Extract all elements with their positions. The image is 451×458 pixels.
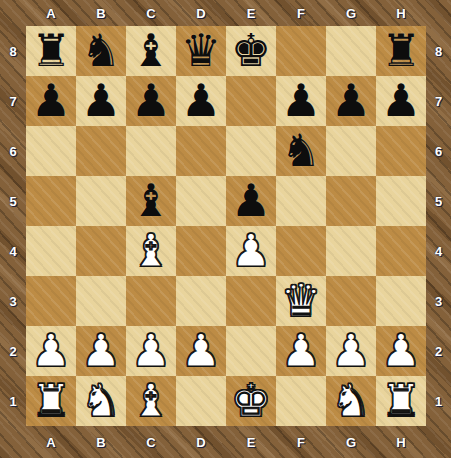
square-a6[interactable] bbox=[26, 126, 76, 176]
square-a7[interactable]: ♟ bbox=[26, 76, 76, 126]
piece-white-pawn[interactable]: ♟ bbox=[381, 328, 421, 373]
rank-labels-left: 87654321 bbox=[0, 26, 26, 426]
piece-black-bishop[interactable]: ♝ bbox=[131, 178, 171, 223]
piece-black-queen[interactable]: ♛ bbox=[181, 28, 221, 73]
square-b4[interactable] bbox=[76, 226, 126, 276]
square-e6[interactable] bbox=[226, 126, 276, 176]
square-f6[interactable]: ♞ bbox=[276, 126, 326, 176]
piece-white-pawn[interactable]: ♟ bbox=[81, 328, 121, 373]
square-d7[interactable]: ♟ bbox=[176, 76, 226, 126]
piece-white-pawn[interactable]: ♟ bbox=[331, 328, 371, 373]
square-f5[interactable] bbox=[276, 176, 326, 226]
file-label-g: G bbox=[326, 0, 376, 26]
piece-white-pawn[interactable]: ♟ bbox=[131, 328, 171, 373]
piece-black-pawn[interactable]: ♟ bbox=[331, 78, 371, 123]
file-label-a: A bbox=[26, 0, 76, 26]
square-h8[interactable]: ♜ bbox=[376, 26, 426, 76]
square-b3[interactable] bbox=[76, 276, 126, 326]
square-h3[interactable] bbox=[376, 276, 426, 326]
piece-white-bishop[interactable]: ♝ bbox=[131, 378, 171, 423]
piece-black-pawn[interactable]: ♟ bbox=[231, 178, 271, 223]
rank-label-7: 7 bbox=[426, 76, 451, 126]
rank-label-6: 6 bbox=[426, 126, 451, 176]
rank-label-6: 6 bbox=[0, 126, 26, 176]
piece-black-rook[interactable]: ♜ bbox=[31, 28, 71, 73]
square-g5[interactable] bbox=[326, 176, 376, 226]
file-label-e: E bbox=[226, 0, 276, 26]
file-label-b: B bbox=[76, 0, 126, 26]
piece-black-pawn[interactable]: ♟ bbox=[131, 78, 171, 123]
rank-label-2: 2 bbox=[0, 326, 26, 376]
piece-black-pawn[interactable]: ♟ bbox=[381, 78, 421, 123]
square-d8[interactable]: ♛ bbox=[176, 26, 226, 76]
square-c7[interactable]: ♟ bbox=[126, 76, 176, 126]
square-h1[interactable]: ♜ bbox=[376, 376, 426, 426]
square-a8[interactable]: ♜ bbox=[26, 26, 76, 76]
square-a5[interactable] bbox=[26, 176, 76, 226]
square-h7[interactable]: ♟ bbox=[376, 76, 426, 126]
file-label-c: C bbox=[126, 0, 176, 26]
square-g1[interactable]: ♞ bbox=[326, 376, 376, 426]
piece-white-rook[interactable]: ♜ bbox=[31, 378, 71, 423]
square-g3[interactable] bbox=[326, 276, 376, 326]
rank-label-4: 4 bbox=[426, 226, 451, 276]
piece-white-rook[interactable]: ♜ bbox=[381, 378, 421, 423]
square-e3[interactable] bbox=[226, 276, 276, 326]
square-b1[interactable]: ♞ bbox=[76, 376, 126, 426]
piece-black-knight[interactable]: ♞ bbox=[281, 128, 321, 173]
rank-label-5: 5 bbox=[0, 176, 26, 226]
chess-app-window: ABCDEFGH ABCDEFGH 87654321 87654321 ♜♞♝♛… bbox=[0, 0, 451, 458]
piece-black-pawn[interactable]: ♟ bbox=[181, 78, 221, 123]
piece-white-pawn[interactable]: ♟ bbox=[31, 328, 71, 373]
file-label-h: H bbox=[376, 0, 426, 26]
square-a3[interactable] bbox=[26, 276, 76, 326]
file-label-c: C bbox=[126, 426, 176, 458]
file-label-h: H bbox=[376, 426, 426, 458]
square-b7[interactable]: ♟ bbox=[76, 76, 126, 126]
file-label-f: F bbox=[276, 426, 326, 458]
square-b2[interactable]: ♟ bbox=[76, 326, 126, 376]
square-a1[interactable]: ♜ bbox=[26, 376, 76, 426]
piece-black-king[interactable]: ♚ bbox=[231, 28, 271, 73]
square-f3[interactable]: ♛ bbox=[276, 276, 326, 326]
piece-black-knight[interactable]: ♞ bbox=[81, 28, 121, 73]
rank-label-5: 5 bbox=[426, 176, 451, 226]
rank-label-1: 1 bbox=[426, 376, 451, 426]
square-c4[interactable]: ♝ bbox=[126, 226, 176, 276]
file-label-a: A bbox=[26, 426, 76, 458]
rank-label-8: 8 bbox=[0, 26, 26, 76]
file-label-d: D bbox=[176, 426, 226, 458]
square-e2[interactable] bbox=[226, 326, 276, 376]
square-f2[interactable]: ♟ bbox=[276, 326, 326, 376]
piece-white-pawn[interactable]: ♟ bbox=[181, 328, 221, 373]
piece-white-knight[interactable]: ♞ bbox=[331, 378, 371, 423]
square-f1[interactable] bbox=[276, 376, 326, 426]
square-d1[interactable] bbox=[176, 376, 226, 426]
rank-label-3: 3 bbox=[426, 276, 451, 326]
file-label-d: D bbox=[176, 0, 226, 26]
square-h5[interactable] bbox=[376, 176, 426, 226]
square-g2[interactable]: ♟ bbox=[326, 326, 376, 376]
square-f4[interactable] bbox=[276, 226, 326, 276]
square-b6[interactable] bbox=[76, 126, 126, 176]
square-g6[interactable] bbox=[326, 126, 376, 176]
square-g7[interactable]: ♟ bbox=[326, 76, 376, 126]
rank-label-2: 2 bbox=[426, 326, 451, 376]
square-g4[interactable] bbox=[326, 226, 376, 276]
square-c5[interactable]: ♝ bbox=[126, 176, 176, 226]
square-c2[interactable]: ♟ bbox=[126, 326, 176, 376]
square-h2[interactable]: ♟ bbox=[376, 326, 426, 376]
piece-white-king[interactable]: ♚ bbox=[231, 378, 271, 423]
square-c3[interactable] bbox=[126, 276, 176, 326]
square-b5[interactable] bbox=[76, 176, 126, 226]
square-h6[interactable] bbox=[376, 126, 426, 176]
piece-white-queen[interactable]: ♛ bbox=[281, 278, 321, 323]
chess-board[interactable]: ♜♞♝♛♚♜♟♟♟♟♟♟♟♞♝♟♝♟♛♟♟♟♟♟♟♟♜♞♝♚♞♜ bbox=[26, 26, 426, 426]
piece-white-pawn[interactable]: ♟ bbox=[281, 328, 321, 373]
square-a4[interactable] bbox=[26, 226, 76, 276]
piece-white-bishop[interactable]: ♝ bbox=[131, 228, 171, 273]
square-e1[interactable]: ♚ bbox=[226, 376, 276, 426]
square-c8[interactable]: ♝ bbox=[126, 26, 176, 76]
rank-labels-right: 87654321 bbox=[426, 26, 451, 426]
file-labels-top: ABCDEFGH bbox=[26, 0, 426, 26]
piece-black-pawn[interactable]: ♟ bbox=[31, 78, 71, 123]
square-a2[interactable]: ♟ bbox=[26, 326, 76, 376]
file-label-f: F bbox=[276, 0, 326, 26]
square-d4[interactable] bbox=[176, 226, 226, 276]
square-e5[interactable]: ♟ bbox=[226, 176, 276, 226]
file-labels-bottom: ABCDEFGH bbox=[26, 426, 426, 458]
piece-white-knight[interactable]: ♞ bbox=[81, 378, 121, 423]
piece-white-pawn[interactable]: ♟ bbox=[231, 228, 271, 273]
rank-label-7: 7 bbox=[0, 76, 26, 126]
file-label-g: G bbox=[326, 426, 376, 458]
rank-label-3: 3 bbox=[0, 276, 26, 326]
piece-black-rook[interactable]: ♜ bbox=[381, 28, 421, 73]
square-e8[interactable]: ♚ bbox=[226, 26, 276, 76]
square-f7[interactable]: ♟ bbox=[276, 76, 326, 126]
square-c1[interactable]: ♝ bbox=[126, 376, 176, 426]
square-e7[interactable] bbox=[226, 76, 276, 126]
rank-label-4: 4 bbox=[0, 226, 26, 276]
file-label-b: B bbox=[76, 426, 126, 458]
piece-black-bishop[interactable]: ♝ bbox=[131, 28, 171, 73]
square-d6[interactable] bbox=[176, 126, 226, 176]
rank-label-1: 1 bbox=[0, 376, 26, 426]
rank-label-8: 8 bbox=[426, 26, 451, 76]
piece-black-pawn[interactable]: ♟ bbox=[281, 78, 321, 123]
square-d5[interactable] bbox=[176, 176, 226, 226]
square-f8[interactable] bbox=[276, 26, 326, 76]
square-g8[interactable] bbox=[326, 26, 376, 76]
square-d2[interactable]: ♟ bbox=[176, 326, 226, 376]
square-e4[interactable]: ♟ bbox=[226, 226, 276, 276]
square-b8[interactable]: ♞ bbox=[76, 26, 126, 76]
square-h4[interactable] bbox=[376, 226, 426, 276]
square-c6[interactable] bbox=[126, 126, 176, 176]
file-label-e: E bbox=[226, 426, 276, 458]
piece-black-pawn[interactable]: ♟ bbox=[81, 78, 121, 123]
square-d3[interactable] bbox=[176, 276, 226, 326]
